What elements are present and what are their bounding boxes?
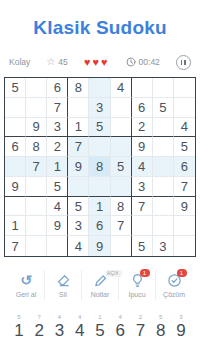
numpad-key-7[interactable]: 27 (133, 314, 149, 340)
score: ☆ 45 (46, 57, 67, 67)
sudoku-cell-r1c4[interactable]: 8 (68, 78, 89, 98)
numpad-key-4[interactable]: 44 (72, 314, 88, 340)
toolbar: ↺ Geri al Sil AÇIK Notlar 1 (0, 270, 200, 300)
sudoku-cell-r5c9[interactable]: 6 (174, 157, 195, 177)
undo-icon: ↺ (20, 273, 32, 287)
numpad-digit: 9 (176, 321, 185, 340)
remaining-count: 1 (98, 314, 101, 321)
sudoku-cell-r1c6[interactable]: 4 (111, 78, 132, 98)
sudoku-cell-r3c3[interactable]: 3 (47, 118, 68, 138)
sudoku-cell-r1c2[interactable] (26, 78, 47, 98)
sudoku-cell-r5c8[interactable] (153, 157, 174, 177)
sudoku-cell-r6c9[interactable]: 7 (174, 177, 195, 197)
numpad-digit: 8 (156, 321, 165, 340)
sudoku-cell-r5c4[interactable]: 9 (68, 157, 89, 177)
sudoku-cell-r8c5[interactable]: 6 (89, 216, 110, 236)
timer-value: 00:42 (139, 57, 160, 67)
sudoku-cell-r4c3[interactable]: 2 (47, 137, 68, 157)
status-bar: Kolay ☆ 45 ♥♥♥ 00:42 (0, 54, 200, 70)
sudoku-cell-r1c9[interactable] (174, 78, 195, 98)
notes-button[interactable]: AÇIK Notlar (81, 270, 118, 300)
numpad-digit: 5 (95, 321, 104, 340)
sudoku-cell-r4c4[interactable]: 7 (68, 137, 89, 157)
sudoku-cell-r2c8[interactable]: 5 (153, 98, 174, 118)
numpad-digit: 6 (116, 321, 125, 340)
sudoku-cell-r3c4[interactable]: 1 (68, 118, 89, 138)
sudoku-cell-r3c8[interactable] (153, 118, 174, 138)
sudoku-cell-r9c5[interactable]: 9 (89, 236, 110, 256)
remaining-count: 3 (179, 314, 182, 321)
timer: 00:42 (126, 57, 160, 67)
pause-button[interactable] (176, 55, 191, 70)
sudoku-cell-r3c2[interactable]: 9 (26, 118, 47, 138)
sudoku-cell-r1c7[interactable] (132, 78, 153, 98)
sudoku-cell-r7c1[interactable] (5, 197, 26, 217)
sudoku-cell-r4c9[interactable]: 5 (174, 137, 195, 157)
sudoku-cell-r8c9[interactable] (174, 216, 195, 236)
remaining-count: 2 (139, 314, 142, 321)
sudoku-cell-r4c8[interactable] (153, 137, 174, 157)
sudoku-cell-r2c7[interactable]: 6 (132, 98, 153, 118)
sudoku-cell-r2c2[interactable] (26, 98, 47, 118)
numpad-key-8[interactable]: 58 (153, 314, 169, 340)
erase-button[interactable]: Sil (44, 270, 81, 300)
remaining-count: 5 (159, 314, 162, 321)
sudoku-cell-r5c6[interactable]: 5 (111, 157, 132, 177)
sudoku-cell-r6c6[interactable] (111, 177, 132, 197)
sudoku-cell-r5c5[interactable]: 8 (89, 157, 110, 177)
sudoku-cell-r1c3[interactable]: 6 (47, 78, 68, 98)
sudoku-cell-r4c5[interactable] (89, 137, 110, 157)
sudoku-cell-r2c1[interactable] (5, 98, 26, 118)
sudoku-cell-r4c1[interactable]: 6 (5, 137, 26, 157)
sudoku-cell-r2c6[interactable] (111, 98, 132, 118)
sudoku-cell-r7c6[interactable]: 8 (111, 197, 132, 217)
sudoku-cell-r9c8[interactable]: 3 (153, 236, 174, 256)
sudoku-cell-r1c5[interactable] (89, 78, 110, 98)
numpad-digit: 4 (75, 321, 84, 340)
sudoku-cell-r7c5[interactable]: 1 (89, 197, 110, 217)
numpad-digit: 7 (136, 321, 145, 340)
sudoku-cell-r5c7[interactable]: 4 (132, 157, 153, 177)
sudoku-cell-r8c6[interactable]: 7 (111, 216, 132, 236)
sudoku-cell-r7c3[interactable]: 4 (47, 197, 68, 217)
sudoku-cell-r9c3[interactable] (47, 236, 68, 256)
difficulty-label: Kolay (9, 57, 30, 67)
sudoku-cell-r2c3[interactable]: 7 (47, 98, 68, 118)
numpad-digit: 3 (55, 321, 64, 340)
sudoku-cell-r3c1[interactable] (5, 118, 26, 138)
number-pad: 517243441546275839 (0, 314, 200, 340)
solve-badge: 1 (177, 269, 187, 277)
sudoku-cell-r8c1[interactable]: 1 (5, 216, 26, 236)
remaining-count: 4 (58, 314, 61, 321)
sudoku-cell-r3c9[interactable]: 4 (174, 118, 195, 138)
sudoku-cell-r6c5[interactable] (89, 177, 110, 197)
solve-button[interactable]: 1 Çözüm (155, 270, 192, 300)
sudoku-cell-r3c5[interactable]: 5 (89, 118, 110, 138)
numpad-digit: 1 (14, 321, 23, 340)
sudoku-cell-r2c9[interactable] (174, 98, 195, 118)
sudoku-cell-r8c2[interactable] (26, 216, 47, 236)
sudoku-cell-r5c1[interactable] (5, 157, 26, 177)
pause-icon (181, 60, 183, 65)
sudoku-cell-r5c3[interactable]: 1 (47, 157, 68, 177)
sudoku-cell-r6c2[interactable] (26, 177, 47, 197)
hint-badge: 1 (140, 269, 150, 277)
sudoku-cell-r7c9[interactable]: 9 (174, 197, 195, 217)
sudoku-cell-r9c6[interactable] (111, 236, 132, 256)
sudoku-cell-r7c2[interactable] (26, 197, 47, 217)
remaining-count: 7 (38, 314, 41, 321)
sudoku-cell-r6c1[interactable]: 9 (5, 177, 26, 197)
sudoku-cell-r7c7[interactable]: 7 (132, 197, 153, 217)
sudoku-cell-r6c3[interactable]: 5 (47, 177, 68, 197)
sudoku-cell-r8c8[interactable] (153, 216, 174, 236)
sudoku-cell-r7c4[interactable]: 5 (68, 197, 89, 217)
sudoku-cell-r5c2[interactable]: 7 (26, 157, 47, 177)
sudoku-cell-r9c2[interactable] (26, 236, 47, 256)
sudoku-cell-r9c9[interactable] (174, 236, 195, 256)
hint-button[interactable]: 1 İpucu (118, 270, 155, 300)
remaining-count: 4 (119, 314, 122, 321)
numpad-key-5[interactable]: 15 (92, 314, 108, 340)
sudoku-cell-r2c4[interactable] (68, 98, 89, 118)
sudoku-cell-r6c7[interactable]: 3 (132, 177, 153, 197)
sudoku-cell-r8c4[interactable]: 3 (68, 216, 89, 236)
numpad-key-9[interactable]: 39 (173, 314, 189, 340)
sudoku-cell-r4c7[interactable]: 9 (132, 137, 153, 157)
clock-icon (126, 57, 136, 67)
undo-button[interactable]: ↺ Geri al (8, 270, 44, 300)
page-title: Klasik Sudoku (0, 0, 200, 39)
remaining-count: 5 (17, 314, 20, 321)
score-value: 45 (58, 57, 67, 67)
remaining-count: 4 (78, 314, 81, 321)
sudoku-cell-r3c7[interactable]: 2 (132, 118, 153, 138)
sudoku-cell-r6c4[interactable] (68, 177, 89, 197)
sudoku-board: 5684736593152468279571985469537451879193… (4, 77, 196, 257)
sudoku-cell-r9c4[interactable]: 4 (68, 236, 89, 256)
lives-hearts: ♥♥♥ (84, 56, 110, 68)
numpad-key-1[interactable]: 51 (11, 314, 27, 340)
numpad-key-6[interactable]: 46 (112, 314, 128, 340)
numpad-digit: 2 (35, 321, 44, 340)
sudoku-cell-r2c5[interactable]: 3 (89, 98, 110, 118)
sudoku-cell-r9c7[interactable]: 5 (132, 236, 153, 256)
numpad-key-2[interactable]: 72 (31, 314, 47, 340)
sudoku-cell-r4c2[interactable]: 8 (26, 137, 47, 157)
eraser-icon (56, 273, 71, 288)
sudoku-cell-r7c8[interactable] (153, 197, 174, 217)
star-icon: ☆ (46, 57, 55, 67)
sudoku-cell-r8c3[interactable]: 9 (47, 216, 68, 236)
sudoku-cell-r4c6[interactable] (111, 137, 132, 157)
sudoku-cell-r1c8[interactable] (153, 78, 174, 98)
sudoku-cell-r1c1[interactable]: 5 (5, 78, 26, 98)
numpad-key-3[interactable]: 43 (52, 314, 68, 340)
sudoku-cell-r9c1[interactable]: 7 (5, 236, 26, 256)
sudoku-cell-r6c8[interactable] (153, 177, 174, 197)
sudoku-cell-r3c6[interactable] (111, 118, 132, 138)
sudoku-cell-r8c7[interactable] (132, 216, 153, 236)
